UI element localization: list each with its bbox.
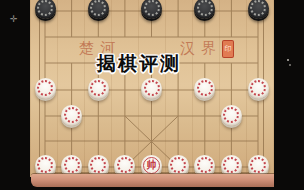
cursor-artifact: ✛	[10, 14, 18, 24]
piece-back-pattern	[197, 80, 213, 96]
piece-back-pattern	[37, 0, 53, 16]
red-hidden-piece[interactable]	[221, 105, 242, 126]
piece-back-pattern	[250, 0, 266, 16]
red-hidden-piece[interactable]	[248, 78, 269, 99]
piece-back-pattern	[223, 107, 239, 123]
red-hidden-piece[interactable]	[61, 105, 82, 126]
piece-back-pattern	[197, 0, 213, 16]
red-hidden-piece[interactable]	[88, 155, 109, 176]
red-hidden-piece[interactable]	[141, 78, 162, 99]
red-hidden-piece[interactable]	[194, 78, 215, 99]
red-hidden-piece[interactable]	[88, 78, 109, 99]
dust-speck	[289, 64, 291, 66]
red-hidden-piece[interactable]	[194, 155, 215, 176]
river-label-hanjie: 汉界	[180, 40, 222, 56]
piece-back-pattern	[117, 157, 133, 173]
letterbox-left	[0, 0, 30, 190]
piece-back-pattern	[197, 157, 213, 173]
dust-speck	[287, 59, 289, 61]
piece-back-pattern	[250, 80, 266, 96]
black-hidden-piece[interactable]	[248, 0, 269, 19]
board-front-edge	[31, 174, 283, 187]
red-general-glyph: 帅	[147, 160, 157, 170]
black-hidden-piece[interactable]	[141, 0, 162, 19]
red-hidden-piece[interactable]	[221, 155, 242, 176]
red-hidden-piece[interactable]	[35, 78, 56, 99]
red-hidden-piece[interactable]	[61, 155, 82, 176]
piece-back-pattern	[144, 0, 160, 16]
piece-back-pattern	[250, 157, 266, 173]
piece-back-pattern	[223, 157, 239, 173]
black-hidden-piece[interactable]	[88, 0, 109, 19]
red-hidden-piece[interactable]	[248, 155, 269, 176]
piece-back-pattern	[37, 80, 53, 96]
river-seal-stamp: 印	[222, 40, 234, 58]
piece-back-pattern	[64, 107, 80, 123]
piece-back-pattern	[90, 80, 106, 96]
video-caption: 揭棋评测	[97, 51, 181, 77]
piece-back-pattern	[90, 157, 106, 173]
red-revealed-piece[interactable]: 帅	[141, 155, 162, 176]
piece-face-ring: 帅	[143, 157, 160, 174]
piece-back-pattern	[64, 157, 80, 173]
piece-back-pattern	[144, 80, 160, 96]
video-frame: 楚河 汉界 印 帅 揭棋评测 ✛	[0, 0, 304, 190]
red-hidden-piece[interactable]	[114, 155, 135, 176]
piece-back-pattern	[37, 157, 53, 173]
red-hidden-piece[interactable]	[35, 155, 56, 176]
black-hidden-piece[interactable]	[35, 0, 56, 19]
piece-back-pattern	[170, 157, 186, 173]
piece-back-pattern	[90, 0, 106, 16]
red-hidden-piece[interactable]	[168, 155, 189, 176]
letterbox-right	[274, 0, 304, 190]
black-hidden-piece[interactable]	[194, 0, 215, 19]
